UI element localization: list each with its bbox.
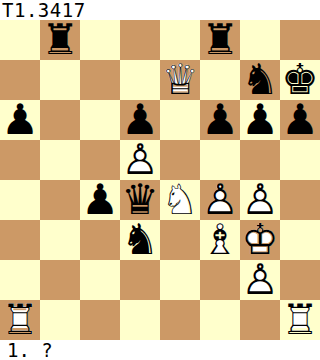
black-pawn-icon: ♟	[281, 100, 319, 140]
white-pawn-icon: ♟♙	[201, 180, 239, 220]
square-c3[interactable]	[80, 220, 120, 260]
square-a6[interactable]: ♟	[0, 100, 40, 140]
black-king-icon: ♚	[281, 60, 319, 100]
square-g6[interactable]: ♟	[240, 100, 280, 140]
square-d1[interactable]	[120, 300, 160, 340]
square-b3[interactable]	[40, 220, 80, 260]
white-bishop-icon: ♝♗	[201, 220, 239, 260]
black-queen-icon: ♛	[121, 180, 159, 220]
black-pawn-icon: ♟	[201, 100, 239, 140]
square-g5[interactable]	[240, 140, 280, 180]
white-pawn-icon: ♟♙	[241, 260, 279, 300]
square-f1[interactable]	[200, 300, 240, 340]
black-pawn-icon: ♟	[1, 100, 39, 140]
square-h4[interactable]	[280, 180, 320, 220]
square-e3[interactable]	[160, 220, 200, 260]
square-e7[interactable]: ♛♕	[160, 60, 200, 100]
move-prompt-label: 1. ?	[0, 340, 320, 360]
black-rook-icon: ♜	[201, 20, 239, 60]
white-queen-icon: ♛♕	[161, 60, 199, 100]
white-knight-icon: ♞♘	[161, 180, 199, 220]
black-pawn-icon: ♟	[241, 100, 279, 140]
square-f3[interactable]: ♝♗	[200, 220, 240, 260]
square-d8[interactable]	[120, 20, 160, 60]
white-pawn-icon: ♟♙	[121, 140, 159, 180]
square-c2[interactable]	[80, 260, 120, 300]
square-g3[interactable]: ♚♔	[240, 220, 280, 260]
square-d6[interactable]: ♟	[120, 100, 160, 140]
square-h8[interactable]	[280, 20, 320, 60]
square-e6[interactable]	[160, 100, 200, 140]
square-a1[interactable]: ♜♖	[0, 300, 40, 340]
square-f7[interactable]	[200, 60, 240, 100]
square-e8[interactable]	[160, 20, 200, 60]
square-e4[interactable]: ♞♘	[160, 180, 200, 220]
square-h3[interactable]	[280, 220, 320, 260]
square-f6[interactable]: ♟	[200, 100, 240, 140]
square-b5[interactable]	[40, 140, 80, 180]
square-h5[interactable]	[280, 140, 320, 180]
square-b8[interactable]: ♜	[40, 20, 80, 60]
square-h2[interactable]	[280, 260, 320, 300]
square-g8[interactable]	[240, 20, 280, 60]
black-knight-icon: ♞	[121, 220, 159, 260]
square-c8[interactable]	[80, 20, 120, 60]
square-c1[interactable]	[80, 300, 120, 340]
square-f5[interactable]	[200, 140, 240, 180]
square-e2[interactable]	[160, 260, 200, 300]
square-b6[interactable]	[40, 100, 80, 140]
square-c7[interactable]	[80, 60, 120, 100]
square-a2[interactable]	[0, 260, 40, 300]
black-knight-icon: ♞	[241, 60, 279, 100]
square-c6[interactable]	[80, 100, 120, 140]
square-b7[interactable]	[40, 60, 80, 100]
square-c4[interactable]: ♟	[80, 180, 120, 220]
square-a7[interactable]	[0, 60, 40, 100]
square-d3[interactable]: ♞	[120, 220, 160, 260]
square-d4[interactable]: ♛	[120, 180, 160, 220]
black-rook-icon: ♜	[41, 20, 79, 60]
square-a4[interactable]	[0, 180, 40, 220]
black-pawn-icon: ♟	[81, 180, 119, 220]
square-g7[interactable]: ♞	[240, 60, 280, 100]
square-b1[interactable]	[40, 300, 80, 340]
square-d7[interactable]	[120, 60, 160, 100]
white-rook-icon: ♜♖	[1, 300, 39, 340]
square-b4[interactable]	[40, 180, 80, 220]
square-c5[interactable]	[80, 140, 120, 180]
square-g4[interactable]: ♟♙	[240, 180, 280, 220]
chess-board: ♜♜♛♕♞♚♟♟♟♟♟♟♙♟♛♞♘♟♙♟♙♞♝♗♚♔♟♙♜♖♜♖	[0, 20, 320, 340]
square-a8[interactable]	[0, 20, 40, 60]
square-e5[interactable]	[160, 140, 200, 180]
square-d2[interactable]	[120, 260, 160, 300]
white-king-icon: ♚♔	[241, 220, 279, 260]
square-h1[interactable]: ♜♖	[280, 300, 320, 340]
square-g2[interactable]: ♟♙	[240, 260, 280, 300]
square-a5[interactable]	[0, 140, 40, 180]
square-a3[interactable]	[0, 220, 40, 260]
square-f2[interactable]	[200, 260, 240, 300]
white-rook-icon: ♜♖	[281, 300, 319, 340]
square-d5[interactable]: ♟♙	[120, 140, 160, 180]
square-f8[interactable]: ♜	[200, 20, 240, 60]
puzzle-id-label: T1.3417	[0, 0, 320, 20]
square-f4[interactable]: ♟♙	[200, 180, 240, 220]
square-h6[interactable]: ♟	[280, 100, 320, 140]
black-pawn-icon: ♟	[121, 100, 159, 140]
square-g1[interactable]	[240, 300, 280, 340]
square-e1[interactable]	[160, 300, 200, 340]
square-h7[interactable]: ♚	[280, 60, 320, 100]
square-b2[interactable]	[40, 260, 80, 300]
white-pawn-icon: ♟♙	[241, 180, 279, 220]
